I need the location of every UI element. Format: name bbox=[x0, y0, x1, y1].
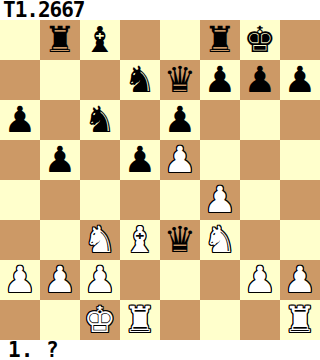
square-f5[interactable] bbox=[200, 140, 240, 180]
black-queen-e7[interactable]: ♛ bbox=[164, 60, 196, 100]
black-queen-e3[interactable]: ♛ bbox=[164, 220, 196, 260]
square-f3[interactable]: ♞ bbox=[200, 220, 240, 260]
square-g2[interactable]: ♟ bbox=[240, 260, 280, 300]
square-b5[interactable]: ♟ bbox=[40, 140, 80, 180]
black-pawn-e6[interactable]: ♟ bbox=[164, 100, 196, 140]
square-h7[interactable]: ♟ bbox=[280, 60, 320, 100]
square-c1[interactable]: ♚ bbox=[80, 300, 120, 340]
white-rook-h1[interactable]: ♜ bbox=[284, 300, 316, 340]
square-f1[interactable] bbox=[200, 300, 240, 340]
square-a5[interactable] bbox=[0, 140, 40, 180]
square-c2[interactable]: ♟ bbox=[80, 260, 120, 300]
square-d2[interactable] bbox=[120, 260, 160, 300]
black-knight-c6[interactable]: ♞ bbox=[84, 100, 116, 140]
square-e5[interactable]: ♟ bbox=[160, 140, 200, 180]
white-rook-d1[interactable]: ♜ bbox=[124, 300, 156, 340]
square-f2[interactable] bbox=[200, 260, 240, 300]
square-a6[interactable]: ♟ bbox=[0, 100, 40, 140]
square-g3[interactable] bbox=[240, 220, 280, 260]
black-pawn-h7[interactable]: ♟ bbox=[284, 60, 316, 100]
square-b4[interactable] bbox=[40, 180, 80, 220]
square-b3[interactable] bbox=[40, 220, 80, 260]
square-d4[interactable] bbox=[120, 180, 160, 220]
white-pawn-h2[interactable]: ♟ bbox=[284, 260, 316, 300]
square-h6[interactable] bbox=[280, 100, 320, 140]
square-d5[interactable]: ♟ bbox=[120, 140, 160, 180]
square-b6[interactable] bbox=[40, 100, 80, 140]
move-prompt: 1. ? bbox=[8, 340, 59, 360]
white-pawn-b2[interactable]: ♟ bbox=[44, 260, 76, 300]
square-d7[interactable]: ♞ bbox=[120, 60, 160, 100]
square-f7[interactable]: ♟ bbox=[200, 60, 240, 100]
square-e8[interactable] bbox=[160, 20, 200, 60]
square-a1[interactable] bbox=[0, 300, 40, 340]
square-c8[interactable]: ♝ bbox=[80, 20, 120, 60]
chess-trainer-window: T1.2667 ♜♝♜♚♞♛♟♟♟♟♞♟♟♟♟♟♞♝♛♞♟♟♟♟♟♚♜♜ 1. … bbox=[0, 0, 320, 360]
black-knight-d7[interactable]: ♞ bbox=[124, 60, 156, 100]
white-pawn-f4[interactable]: ♟ bbox=[204, 180, 236, 220]
square-c3[interactable]: ♞ bbox=[80, 220, 120, 260]
square-e6[interactable]: ♟ bbox=[160, 100, 200, 140]
white-knight-f3[interactable]: ♞ bbox=[204, 220, 236, 260]
square-h5[interactable] bbox=[280, 140, 320, 180]
square-f6[interactable] bbox=[200, 100, 240, 140]
square-g6[interactable] bbox=[240, 100, 280, 140]
black-bishop-c8[interactable]: ♝ bbox=[84, 20, 116, 60]
white-knight-c3[interactable]: ♞ bbox=[84, 220, 116, 260]
square-d3[interactable]: ♝ bbox=[120, 220, 160, 260]
white-pawn-a2[interactable]: ♟ bbox=[4, 260, 36, 300]
square-b7[interactable] bbox=[40, 60, 80, 100]
square-c6[interactable]: ♞ bbox=[80, 100, 120, 140]
square-c4[interactable] bbox=[80, 180, 120, 220]
square-g7[interactable]: ♟ bbox=[240, 60, 280, 100]
square-c7[interactable] bbox=[80, 60, 120, 100]
square-g5[interactable] bbox=[240, 140, 280, 180]
square-e1[interactable] bbox=[160, 300, 200, 340]
black-pawn-a6[interactable]: ♟ bbox=[4, 100, 36, 140]
square-e2[interactable] bbox=[160, 260, 200, 300]
black-rook-f8[interactable]: ♜ bbox=[204, 20, 236, 60]
square-d8[interactable] bbox=[120, 20, 160, 60]
white-king-c1[interactable]: ♚ bbox=[84, 300, 116, 340]
white-pawn-e5[interactable]: ♟ bbox=[164, 140, 196, 180]
square-a4[interactable] bbox=[0, 180, 40, 220]
square-h1[interactable]: ♜ bbox=[280, 300, 320, 340]
white-pawn-c2[interactable]: ♟ bbox=[84, 260, 116, 300]
black-pawn-b5[interactable]: ♟ bbox=[44, 140, 76, 180]
square-a3[interactable] bbox=[0, 220, 40, 260]
square-b8[interactable]: ♜ bbox=[40, 20, 80, 60]
square-g4[interactable] bbox=[240, 180, 280, 220]
square-h8[interactable] bbox=[280, 20, 320, 60]
black-king-g8[interactable]: ♚ bbox=[244, 20, 276, 60]
black-pawn-f7[interactable]: ♟ bbox=[204, 60, 236, 100]
black-rook-b8[interactable]: ♜ bbox=[44, 20, 76, 60]
square-a7[interactable] bbox=[0, 60, 40, 100]
square-c5[interactable] bbox=[80, 140, 120, 180]
black-pawn-g7[interactable]: ♟ bbox=[244, 60, 276, 100]
square-b1[interactable] bbox=[40, 300, 80, 340]
square-d6[interactable] bbox=[120, 100, 160, 140]
square-b2[interactable]: ♟ bbox=[40, 260, 80, 300]
chess-board: ♜♝♜♚♞♛♟♟♟♟♞♟♟♟♟♟♞♝♛♞♟♟♟♟♟♚♜♜ bbox=[0, 20, 320, 340]
white-bishop-d3[interactable]: ♝ bbox=[124, 220, 156, 260]
square-d1[interactable]: ♜ bbox=[120, 300, 160, 340]
square-g1[interactable] bbox=[240, 300, 280, 340]
square-e4[interactable] bbox=[160, 180, 200, 220]
square-g8[interactable]: ♚ bbox=[240, 20, 280, 60]
square-e7[interactable]: ♛ bbox=[160, 60, 200, 100]
black-pawn-d5[interactable]: ♟ bbox=[124, 140, 156, 180]
square-a2[interactable]: ♟ bbox=[0, 260, 40, 300]
square-f8[interactable]: ♜ bbox=[200, 20, 240, 60]
square-h4[interactable] bbox=[280, 180, 320, 220]
square-h3[interactable] bbox=[280, 220, 320, 260]
square-a8[interactable] bbox=[0, 20, 40, 60]
puzzle-id-label: T1.2667 bbox=[3, 0, 85, 20]
square-f4[interactable]: ♟ bbox=[200, 180, 240, 220]
square-e3[interactable]: ♛ bbox=[160, 220, 200, 260]
square-h2[interactable]: ♟ bbox=[280, 260, 320, 300]
white-pawn-g2[interactable]: ♟ bbox=[244, 260, 276, 300]
